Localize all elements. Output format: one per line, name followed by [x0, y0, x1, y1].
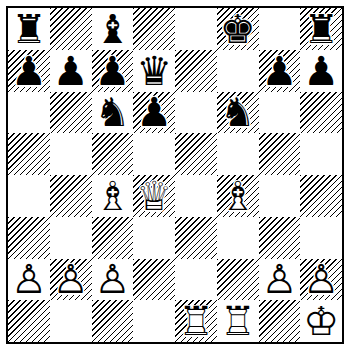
square-g3[interactable]: [259, 217, 301, 259]
square-e5[interactable]: [175, 133, 217, 175]
square-f3[interactable]: [217, 217, 259, 259]
square-h7[interactable]: ♟♟: [300, 50, 342, 92]
black-pawn[interactable]: ♟♟: [92, 50, 134, 92]
piece-glyph: ♖: [217, 300, 259, 342]
square-f6[interactable]: ♞♞: [217, 92, 259, 134]
square-g8[interactable]: [259, 8, 301, 50]
square-f7[interactable]: [217, 50, 259, 92]
square-h4[interactable]: [300, 175, 342, 217]
white-king[interactable]: ♚♔: [300, 300, 342, 342]
square-b5[interactable]: [50, 133, 92, 175]
piece-glyph: ♗: [92, 175, 134, 217]
square-f8[interactable]: ♚♚: [217, 8, 259, 50]
square-c8[interactable]: ♝♝: [92, 8, 134, 50]
square-c7[interactable]: ♟♟: [92, 50, 134, 92]
black-bishop[interactable]: ♝♝: [92, 8, 134, 50]
piece-glyph: ♕: [133, 175, 175, 217]
square-h2[interactable]: ♟♙: [300, 259, 342, 301]
white-bishop[interactable]: ♝♗: [92, 175, 134, 217]
square-e4[interactable]: [175, 175, 217, 217]
square-c4[interactable]: ♝♗: [92, 175, 134, 217]
square-c1[interactable]: [92, 300, 134, 342]
square-a4[interactable]: [8, 175, 50, 217]
piece-glyph: ♚: [217, 8, 259, 50]
piece-glyph: ♝: [92, 8, 134, 50]
square-e6[interactable]: [175, 92, 217, 134]
square-c5[interactable]: [92, 133, 134, 175]
piece-glyph: ♟: [8, 50, 50, 92]
square-d7[interactable]: ♛♛: [133, 50, 175, 92]
square-h6[interactable]: [300, 92, 342, 134]
square-a8[interactable]: ♜♜: [8, 8, 50, 50]
white-rook[interactable]: ♜♖: [217, 300, 259, 342]
square-b1[interactable]: [50, 300, 92, 342]
square-d5[interactable]: [133, 133, 175, 175]
square-h1[interactable]: ♚♔: [300, 300, 342, 342]
square-d1[interactable]: [133, 300, 175, 342]
white-pawn[interactable]: ♟♙: [8, 259, 50, 301]
piece-glyph: ♞: [217, 92, 259, 134]
square-b6[interactable]: [50, 92, 92, 134]
square-g2[interactable]: ♟♙: [259, 259, 301, 301]
square-e1[interactable]: ♜♖: [175, 300, 217, 342]
square-e3[interactable]: [175, 217, 217, 259]
square-e8[interactable]: [175, 8, 217, 50]
piece-glyph: ♟: [300, 50, 342, 92]
chess-diagram: ♜♜♝♝♚♚♜♜♟♟♟♟♟♟♛♛♟♟♟♟♞♞♟♟♞♞♝♗♛♕♝♗♟♙♟♙♟♙♟♙…: [0, 0, 350, 350]
square-a5[interactable]: [8, 133, 50, 175]
square-b8[interactable]: [50, 8, 92, 50]
square-b4[interactable]: [50, 175, 92, 217]
black-knight[interactable]: ♞♞: [92, 92, 134, 134]
square-g7[interactable]: ♟♟: [259, 50, 301, 92]
piece-glyph: ♙: [8, 259, 50, 301]
square-f4[interactable]: ♝♗: [217, 175, 259, 217]
piece-glyph: ♙: [300, 259, 342, 301]
square-a1[interactable]: [8, 300, 50, 342]
square-d3[interactable]: [133, 217, 175, 259]
piece-glyph: ♜: [8, 8, 50, 50]
chess-board: ♜♜♝♝♚♚♜♜♟♟♟♟♟♟♛♛♟♟♟♟♞♞♟♟♞♞♝♗♛♕♝♗♟♙♟♙♟♙♟♙…: [6, 6, 344, 344]
square-h3[interactable]: [300, 217, 342, 259]
piece-glyph: ♟: [259, 50, 301, 92]
white-pawn[interactable]: ♟♙: [92, 259, 134, 301]
piece-glyph: ♙: [50, 259, 92, 301]
square-a6[interactable]: [8, 92, 50, 134]
square-d6[interactable]: ♟♟: [133, 92, 175, 134]
square-h8[interactable]: ♜♜: [300, 8, 342, 50]
black-knight[interactable]: ♞♞: [217, 92, 259, 134]
black-king[interactable]: ♚♚: [217, 8, 259, 50]
square-g1[interactable]: [259, 300, 301, 342]
square-g4[interactable]: [259, 175, 301, 217]
black-rook[interactable]: ♜♜: [8, 8, 50, 50]
white-pawn[interactable]: ♟♙: [300, 259, 342, 301]
square-e7[interactable]: [175, 50, 217, 92]
square-g5[interactable]: [259, 133, 301, 175]
square-a2[interactable]: ♟♙: [8, 259, 50, 301]
white-queen[interactable]: ♛♕: [133, 175, 175, 217]
square-c6[interactable]: ♞♞: [92, 92, 134, 134]
square-h5[interactable]: [300, 133, 342, 175]
square-g6[interactable]: [259, 92, 301, 134]
piece-glyph: ♟: [92, 50, 134, 92]
square-b3[interactable]: [50, 217, 92, 259]
square-a7[interactable]: ♟♟: [8, 50, 50, 92]
square-e2[interactable]: [175, 259, 217, 301]
black-pawn[interactable]: ♟♟: [8, 50, 50, 92]
piece-glyph: ♞: [92, 92, 134, 134]
square-f5[interactable]: [217, 133, 259, 175]
square-b2[interactable]: ♟♙: [50, 259, 92, 301]
piece-glyph: ♙: [92, 259, 134, 301]
piece-glyph: ♟: [50, 50, 92, 92]
white-pawn[interactable]: ♟♙: [259, 259, 301, 301]
black-rook[interactable]: ♜♜: [300, 8, 342, 50]
black-pawn[interactable]: ♟♟: [300, 50, 342, 92]
black-queen[interactable]: ♛♛: [133, 50, 175, 92]
white-pawn[interactable]: ♟♙: [50, 259, 92, 301]
black-pawn[interactable]: ♟♟: [259, 50, 301, 92]
black-pawn[interactable]: ♟♟: [50, 50, 92, 92]
square-a3[interactable]: [8, 217, 50, 259]
piece-glyph: ♖: [175, 300, 217, 342]
piece-glyph: ♟: [133, 92, 175, 134]
white-rook[interactable]: ♜♖: [175, 300, 217, 342]
square-d8[interactable]: [133, 8, 175, 50]
square-d4[interactable]: ♛♕: [133, 175, 175, 217]
square-c2[interactable]: ♟♙: [92, 259, 134, 301]
white-bishop[interactable]: ♝♗: [217, 175, 259, 217]
square-c3[interactable]: [92, 217, 134, 259]
square-b7[interactable]: ♟♟: [50, 50, 92, 92]
piece-glyph: ♗: [217, 175, 259, 217]
square-f1[interactable]: ♜♖: [217, 300, 259, 342]
black-pawn[interactable]: ♟♟: [133, 92, 175, 134]
piece-glyph: ♙: [259, 259, 301, 301]
piece-glyph: ♔: [300, 300, 342, 342]
square-f2[interactable]: [217, 259, 259, 301]
piece-glyph: ♛: [133, 50, 175, 92]
square-d2[interactable]: [133, 259, 175, 301]
piece-glyph: ♜: [300, 8, 342, 50]
